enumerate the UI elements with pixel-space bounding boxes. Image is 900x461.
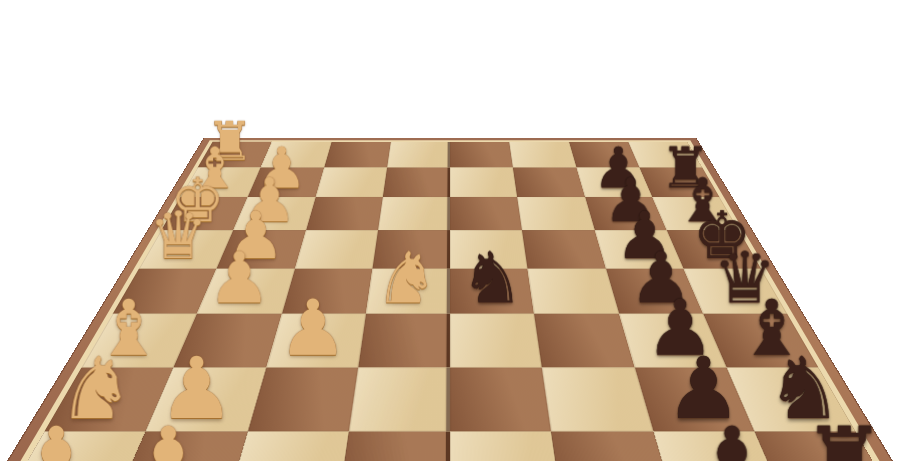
square-b4[interactable] xyxy=(383,168,450,197)
board-border-strip: ♜♝♟♟♜♚♟♟♝♛♟♟♚♟♞♞♟♛♝♟♟♝♞♟♟♞♟♟♟♜ xyxy=(0,140,900,461)
white-pawn-h2[interactable]: ♟ xyxy=(113,397,225,461)
square-a6[interactable] xyxy=(509,142,576,168)
square-h5[interactable] xyxy=(450,431,563,461)
square-b5[interactable] xyxy=(450,168,517,197)
square-h2[interactable]: ♟ xyxy=(112,431,248,461)
board-frame: ♜♝♟♟♜♚♟♟♝♛♟♟♚♟♞♞♟♛♝♟♟♝♞♟♟♞♟♟♟♜ xyxy=(0,138,900,461)
black-pawn-h7[interactable]: ♟ xyxy=(675,397,787,461)
square-c4[interactable] xyxy=(378,197,450,230)
square-b6[interactable] xyxy=(513,168,585,197)
white-knight-e4[interactable]: ♞ xyxy=(366,229,447,312)
square-g4[interactable] xyxy=(349,367,450,431)
square-f4[interactable] xyxy=(358,314,450,367)
square-a5[interactable] xyxy=(450,142,513,168)
square-h7[interactable]: ♟ xyxy=(653,431,789,461)
square-c6[interactable] xyxy=(517,197,594,230)
white-pawn-f3[interactable]: ♟ xyxy=(266,275,358,366)
white-pawn-h1[interactable]: ♟ xyxy=(0,397,112,461)
square-e5[interactable]: ♞ xyxy=(450,269,534,314)
square-f5[interactable] xyxy=(450,314,542,367)
square-g5[interactable] xyxy=(450,367,551,431)
square-h4[interactable] xyxy=(337,431,450,461)
square-g3[interactable] xyxy=(247,367,358,431)
square-d6[interactable] xyxy=(522,230,605,269)
black-rook-h8[interactable]: ♜ xyxy=(787,397,899,461)
black-knight-e5[interactable]: ♞ xyxy=(450,229,534,312)
square-f6[interactable] xyxy=(534,314,634,367)
square-a4[interactable] xyxy=(387,142,450,168)
chess-photo-stage: ♜♝♟♟♜♚♟♟♝♛♟♟♚♟♞♞♟♛♝♟♟♝♞♟♟♞♟♟♟♜ xyxy=(0,0,900,461)
square-e6[interactable] xyxy=(528,269,619,314)
square-b3[interactable] xyxy=(315,168,387,197)
square-c3[interactable] xyxy=(306,197,383,230)
square-a3[interactable] xyxy=(324,142,391,168)
chess-board: ♜♝♟♟♜♚♟♟♝♛♟♟♚♟♞♞♟♛♝♟♟♝♞♟♟♞♟♟♟♜ xyxy=(0,142,900,461)
board-perspective-scene: ♜♝♟♟♜♚♟♟♝♛♟♟♚♟♞♞♟♛♝♟♟♝♞♟♟♞♟♟♟♜ xyxy=(0,138,900,461)
square-c5[interactable] xyxy=(450,197,522,230)
square-f3[interactable]: ♟ xyxy=(266,314,366,367)
square-e4[interactable]: ♞ xyxy=(366,269,450,314)
